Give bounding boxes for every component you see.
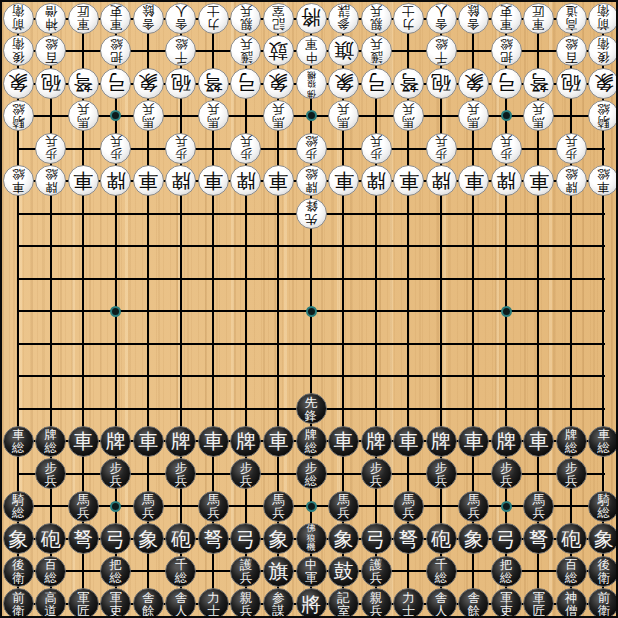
stone-label: 牌 — [106, 430, 126, 452]
stone-black-砲[interactable]: 砲 — [426, 523, 457, 554]
stone-black-旗[interactable]: 旗 — [263, 556, 294, 587]
stone-white-軍吏[interactable]: 軍 吏 — [491, 3, 522, 34]
stone-label: 將 — [301, 593, 321, 615]
stone-white-神僧[interactable]: 神 僧 — [35, 3, 66, 34]
stone-white-步総[interactable]: 步 総 — [296, 133, 327, 164]
stone-white-参謀[interactable]: 参 謀 — [328, 3, 359, 34]
stone-label: 親 兵 — [240, 5, 253, 31]
stone-label: 旗 — [334, 40, 354, 62]
stone-white-牌[interactable]: 牌 — [426, 165, 457, 196]
stone-label: 弩 — [203, 72, 223, 94]
stone-label: 車 総 — [12, 428, 25, 454]
stone-label: 車 — [464, 430, 484, 452]
stone-label: 弓 — [106, 528, 126, 550]
stone-white-舎人[interactable]: 舎 人 — [426, 3, 457, 34]
stone-black-百総[interactable]: 百 総 — [556, 556, 587, 587]
stone-label: 中 軍 — [305, 558, 318, 584]
stone-label: 象 — [138, 528, 158, 550]
stone-black-象[interactable]: 象 — [263, 523, 294, 554]
stone-label: 鼓 — [268, 40, 288, 62]
stone-white-牌[interactable]: 牌 — [491, 165, 522, 196]
stone-label: 象 — [8, 72, 28, 94]
stone-white-砲[interactable]: 砲 — [165, 68, 196, 99]
stone-label: 馬 兵 — [272, 103, 285, 129]
stone-black-象[interactable]: 象 — [3, 523, 34, 554]
stone-black-牌[interactable]: 牌 — [100, 426, 131, 457]
stone-black-軍匠[interactable]: 軍 匠 — [68, 588, 99, 618]
star-point — [501, 501, 512, 512]
stone-label: 百 総 — [45, 38, 58, 64]
stone-label: 砲 — [431, 528, 451, 550]
stone-label: 車 — [203, 170, 223, 192]
stone-white-車総[interactable]: 車 総 — [588, 165, 618, 196]
stone-label: 步 兵 — [435, 461, 448, 487]
stone-label: 弓 — [496, 528, 516, 550]
stone-black-先鋒[interactable]: 先 鋒 — [296, 393, 327, 424]
stone-label: 神 僧 — [565, 591, 578, 617]
stone-black-步兵[interactable]: 步 兵 — [491, 458, 522, 489]
stone-label: 車 総 — [597, 428, 610, 454]
stone-label: 弩 — [203, 528, 223, 550]
stone-black-車[interactable]: 車 — [198, 426, 229, 457]
stone-black-砲[interactable]: 砲 — [556, 523, 587, 554]
stone-white-千総[interactable]: 千 総 — [426, 35, 457, 66]
stone-label: 後 衛 — [597, 558, 610, 584]
stone-label: 馬 兵 — [532, 493, 545, 519]
stone-label: 弓 — [236, 528, 256, 550]
stone-black-舎餘[interactable]: 舎 餘 — [458, 588, 489, 618]
stone-black-馬兵[interactable]: 馬 兵 — [198, 491, 229, 522]
stone-label: 記 室 — [337, 591, 350, 617]
stone-label: 象 — [464, 72, 484, 94]
go-board[interactable]: 前 衛神 僧軍 匠軍 吏舎 餘舎 人力 士親 兵記 室將参 謀親 兵力 士舎 人… — [0, 0, 618, 618]
stone-white-象[interactable]: 象 — [458, 68, 489, 99]
stone-black-舎人[interactable]: 舎 人 — [426, 588, 457, 618]
stone-white-步兵[interactable]: 步 兵 — [426, 133, 457, 164]
stone-black-步兵[interactable]: 步 兵 — [556, 458, 587, 489]
stone-label: 弩 — [399, 528, 419, 550]
stone-label: 舎 餘 — [142, 5, 155, 31]
stone-black-將[interactable]: 將 — [296, 588, 327, 618]
stone-label: 步 兵 — [45, 135, 58, 161]
stone-black-弩[interactable]: 弩 — [198, 523, 229, 554]
stone-label: 護 兵 — [240, 558, 253, 584]
stone-label: 舎 人 — [435, 591, 448, 617]
stone-label: 千 総 — [435, 38, 448, 64]
stone-black-百総[interactable]: 百 総 — [35, 556, 66, 587]
stone-black-親兵[interactable]: 親 兵 — [230, 588, 261, 618]
stone-white-後衛[interactable]: 後 衛 — [3, 35, 34, 66]
stone-black-馬兵[interactable]: 馬 兵 — [393, 491, 424, 522]
stone-white-舎餘[interactable]: 舎 餘 — [458, 3, 489, 34]
stone-white-象[interactable]: 象 — [133, 68, 164, 99]
stone-label: 軍 匠 — [77, 5, 90, 31]
stone-label: 軍 吏 — [110, 591, 123, 617]
stone-label: 軍 匠 — [77, 591, 90, 617]
stone-label: 騎 総 — [597, 103, 610, 129]
stone-white-弓[interactable]: 弓 — [100, 68, 131, 99]
stone-white-親兵[interactable]: 親 兵 — [230, 3, 261, 34]
stone-black-牌[interactable]: 牌 — [165, 426, 196, 457]
stone-black-神僧[interactable]: 神 僧 — [556, 588, 587, 618]
stone-white-步兵[interactable]: 步 兵 — [361, 133, 392, 164]
stone-black-象[interactable]: 象 — [133, 523, 164, 554]
stone-black-步兵[interactable]: 步 兵 — [361, 458, 392, 489]
stone-white-中軍[interactable]: 中 軍 — [296, 35, 327, 66]
stone-label: 象 — [334, 528, 354, 550]
stone-label: 力 士 — [402, 591, 415, 617]
stone-black-馬兵[interactable]: 馬 兵 — [458, 491, 489, 522]
stone-black-車[interactable]: 車 — [68, 426, 99, 457]
stone-label: 軍 吏 — [500, 5, 513, 31]
stone-white-步兵[interactable]: 步 兵 — [35, 133, 66, 164]
stone-black-牌[interactable]: 牌 — [491, 426, 522, 457]
stone-label: 馬 兵 — [532, 103, 545, 129]
stone-label: 車 — [138, 430, 158, 452]
stone-white-舎人[interactable]: 舎 人 — [165, 3, 196, 34]
stone-black-舎餘[interactable]: 舎 餘 — [133, 588, 164, 618]
stone-label: 象 — [594, 528, 614, 550]
stone-black-車[interactable]: 車 — [458, 426, 489, 457]
stone-label: 護 兵 — [240, 38, 253, 64]
stone-white-把総[interactable]: 把 総 — [491, 35, 522, 66]
stone-white-牌総[interactable]: 牌 総 — [556, 165, 587, 196]
stone-white-後衛[interactable]: 後 衛 — [588, 35, 618, 66]
stone-label: 車 — [529, 170, 549, 192]
stone-label: 千 総 — [175, 38, 188, 64]
stone-white-象[interactable]: 象 — [3, 68, 34, 99]
stone-label: 步 兵 — [45, 461, 58, 487]
stone-black-馬兵[interactable]: 馬 兵 — [133, 491, 164, 522]
stone-black-車[interactable]: 車 — [328, 426, 359, 457]
stone-black-親兵[interactable]: 親 兵 — [361, 588, 392, 618]
stone-label: 舎 人 — [435, 5, 448, 31]
star-point — [501, 110, 512, 121]
stone-white-力士[interactable]: 力 士 — [393, 3, 424, 34]
stone-black-牌総[interactable]: 牌 総 — [35, 426, 66, 457]
stone-label: 象 — [268, 72, 288, 94]
stone-label: 舎 餘 — [467, 591, 480, 617]
stone-black-弓[interactable]: 弓 — [361, 523, 392, 554]
stone-label: 親 兵 — [370, 5, 383, 31]
stone-label: 步 兵 — [240, 135, 253, 161]
stone-label: 車 — [334, 430, 354, 452]
stone-label: 車 — [203, 430, 223, 452]
stone-label: 車 — [399, 170, 419, 192]
stone-label: 力 士 — [207, 5, 220, 31]
stone-black-参謀[interactable]: 参 謀 — [263, 588, 294, 618]
stone-label: 佛 狼 機 — [307, 524, 316, 553]
stone-label: 牌 — [236, 430, 256, 452]
stone-black-象[interactable]: 象 — [588, 523, 618, 554]
stone-label: 馬 兵 — [142, 103, 155, 129]
stone-label: 弩 — [73, 528, 93, 550]
stone-black-車[interactable]: 車 — [393, 426, 424, 457]
stone-label: 先 鋒 — [305, 396, 318, 422]
stone-label: 騎 総 — [597, 493, 610, 519]
stone-black-把総[interactable]: 把 総 — [100, 556, 131, 587]
stone-black-馬兵[interactable]: 馬 兵 — [328, 491, 359, 522]
stone-label: 護 兵 — [370, 38, 383, 64]
stone-label: 牌 — [496, 170, 516, 192]
stone-black-前衛[interactable]: 前 衛 — [3, 588, 34, 618]
stone-label: 砲 — [171, 528, 191, 550]
stone-label: 步 兵 — [110, 135, 123, 161]
stone-black-鼓[interactable]: 鼓 — [328, 556, 359, 587]
stone-label: 車 — [268, 430, 288, 452]
stone-black-車総[interactable]: 車 総 — [588, 426, 618, 457]
stone-white-弩[interactable]: 弩 — [198, 68, 229, 99]
stone-label: 馬 兵 — [402, 103, 415, 129]
stone-black-前衛[interactable]: 前 衛 — [588, 588, 618, 618]
stone-label: 步 総 — [305, 135, 318, 161]
stone-black-牌総[interactable]: 牌 総 — [296, 426, 327, 457]
stone-label: 步 兵 — [435, 135, 448, 161]
stone-label: 弓 — [366, 528, 386, 550]
stone-white-象[interactable]: 象 — [263, 68, 294, 99]
stone-white-前衛[interactable]: 前 衛 — [588, 3, 618, 34]
stone-black-後衛[interactable]: 後 衛 — [588, 556, 618, 587]
stone-label: 步 兵 — [370, 135, 383, 161]
stone-label: 牌 — [106, 170, 126, 192]
stone-label: 舎 人 — [175, 5, 188, 31]
stone-label: 馬 兵 — [142, 493, 155, 519]
stone-white-將[interactable]: 將 — [296, 3, 327, 34]
stone-black-車総[interactable]: 車 総 — [3, 426, 34, 457]
stone-black-記室[interactable]: 記 室 — [328, 588, 359, 618]
stone-black-軍匠[interactable]: 軍 匠 — [523, 588, 554, 618]
stone-white-步兵[interactable]: 步 兵 — [556, 133, 587, 164]
stone-label: 車 — [529, 430, 549, 452]
stone-label: 馬 兵 — [402, 493, 415, 519]
stone-label: 馬 兵 — [337, 103, 350, 129]
stone-label: 高 道 — [565, 5, 578, 31]
stone-black-馬兵[interactable]: 馬 兵 — [68, 491, 99, 522]
stone-label: 弓 — [236, 72, 256, 94]
stone-label: 車 — [464, 170, 484, 192]
stone-label: 前 衛 — [597, 591, 610, 617]
stone-white-弩[interactable]: 弩 — [523, 68, 554, 99]
stone-black-軍吏[interactable]: 軍 吏 — [491, 588, 522, 618]
stone-label: 弩 — [529, 72, 549, 94]
stone-white-百総[interactable]: 百 総 — [556, 35, 587, 66]
stone-label: 步 兵 — [110, 461, 123, 487]
stone-white-象[interactable]: 象 — [588, 68, 618, 99]
stone-label: 車 — [399, 430, 419, 452]
stone-white-馬兵[interactable]: 馬 兵 — [133, 100, 164, 131]
stone-label: 牌 — [171, 170, 191, 192]
stone-label: 弩 — [399, 72, 419, 94]
stone-label: 砲 — [431, 72, 451, 94]
stone-white-記室[interactable]: 記 室 — [263, 3, 294, 34]
stone-white-高道[interactable]: 高 道 — [556, 3, 587, 34]
stone-black-牌[interactable]: 牌 — [230, 426, 261, 457]
stone-black-牌総[interactable]: 牌 総 — [556, 426, 587, 457]
stone-label: 牌 — [431, 430, 451, 452]
stone-label: 先 鋒 — [305, 200, 318, 226]
stone-label: 馬 兵 — [272, 493, 285, 519]
stone-label: 步 兵 — [370, 461, 383, 487]
stone-black-力士[interactable]: 力 士 — [198, 588, 229, 618]
stone-label: 象 — [8, 528, 28, 550]
stone-black-步兵[interactable]: 步 兵 — [426, 458, 457, 489]
stone-label: 牌 — [171, 430, 191, 452]
stone-black-車[interactable]: 車 — [133, 426, 164, 457]
stone-black-牌[interactable]: 牌 — [361, 426, 392, 457]
stone-black-車[interactable]: 車 — [523, 426, 554, 457]
stone-white-步兵[interactable]: 步 兵 — [491, 133, 522, 164]
stone-white-弓[interactable]: 弓 — [491, 68, 522, 99]
stone-label: 鼓 — [334, 560, 354, 582]
stone-white-弩[interactable]: 弩 — [393, 68, 424, 99]
stone-label: 步 兵 — [240, 461, 253, 487]
stone-label: 高 道 — [45, 591, 58, 617]
stone-white-前衛[interactable]: 前 衛 — [3, 3, 34, 34]
stone-label: 牌 — [431, 170, 451, 192]
stone-label: 軍 匠 — [532, 591, 545, 617]
stone-black-騎総[interactable]: 騎 総 — [3, 491, 34, 522]
star-point — [110, 501, 121, 512]
stone-label: 牌 総 — [305, 168, 318, 194]
stone-black-象[interactable]: 象 — [328, 523, 359, 554]
stone-black-舎人[interactable]: 舎 人 — [165, 588, 196, 618]
stone-label: 車 — [334, 170, 354, 192]
stone-black-高道[interactable]: 高 道 — [35, 588, 66, 618]
stone-label: 把 総 — [110, 558, 123, 584]
stone-label: 中 軍 — [305, 38, 318, 64]
stone-white-軍吏[interactable]: 軍 吏 — [100, 3, 131, 34]
stone-label: 前 衛 — [597, 5, 610, 31]
stone-label: 弓 — [366, 72, 386, 94]
stone-label: 象 — [268, 528, 288, 550]
stone-white-軍匠[interactable]: 軍 匠 — [523, 3, 554, 34]
star-point — [110, 306, 121, 317]
stone-white-力士[interactable]: 力 士 — [198, 3, 229, 34]
stone-white-砲[interactable]: 砲 — [556, 68, 587, 99]
stone-label: 馬 兵 — [77, 103, 90, 129]
stone-black-車[interactable]: 車 — [263, 426, 294, 457]
stone-black-馬兵[interactable]: 馬 兵 — [263, 491, 294, 522]
stone-white-騎総[interactable]: 騎 総 — [3, 100, 34, 131]
stone-white-弩[interactable]: 弩 — [68, 68, 99, 99]
stone-label: 牌 — [366, 170, 386, 192]
stone-label: 砲 — [561, 528, 581, 550]
stone-label: 牌 — [366, 430, 386, 452]
stone-label: 舎 人 — [175, 591, 188, 617]
stone-black-千総[interactable]: 千 総 — [165, 556, 196, 587]
stone-label: 軍 吏 — [110, 5, 123, 31]
stone-label: 步 兵 — [500, 461, 513, 487]
stone-label: 弩 — [529, 528, 549, 550]
stone-label: 砲 — [561, 72, 581, 94]
stone-white-佛狼機[interactable]: 佛 狼 機 — [296, 68, 327, 99]
stone-label: 馬 兵 — [467, 493, 480, 519]
stone-white-舎餘[interactable]: 舎 餘 — [133, 3, 164, 34]
stone-label: 親 兵 — [370, 591, 383, 617]
stone-label: 後 衛 — [597, 38, 610, 64]
stone-label: 前 衛 — [12, 5, 25, 31]
stone-black-力士[interactable]: 力 士 — [393, 588, 424, 618]
star-point — [306, 306, 317, 317]
stone-white-車総[interactable]: 車 総 — [3, 165, 34, 196]
stone-black-中軍[interactable]: 中 軍 — [296, 556, 327, 587]
stone-label: 牌 — [236, 170, 256, 192]
stone-white-弓[interactable]: 弓 — [361, 68, 392, 99]
stone-black-弩[interactable]: 弩 — [68, 523, 99, 554]
stone-label: 砲 — [41, 528, 61, 550]
stone-label: 車 — [268, 170, 288, 192]
stone-label: 騎 総 — [12, 493, 25, 519]
stone-black-把総[interactable]: 把 総 — [491, 556, 522, 587]
stone-white-護兵[interactable]: 護 兵 — [361, 35, 392, 66]
stone-label: 弩 — [73, 72, 93, 94]
stone-label: 牌 総 — [45, 168, 58, 194]
stone-black-千総[interactable]: 千 総 — [426, 556, 457, 587]
stone-label: 步 兵 — [500, 135, 513, 161]
stone-label: 把 総 — [500, 38, 513, 64]
stone-label: 將 — [301, 7, 321, 29]
stone-white-象[interactable]: 象 — [328, 68, 359, 99]
stone-white-親兵[interactable]: 親 兵 — [361, 3, 392, 34]
stone-white-步兵[interactable]: 步 兵 — [100, 133, 131, 164]
stone-label: 牌 総 — [45, 428, 58, 454]
stone-label: 後 衛 — [12, 38, 25, 64]
stone-label: 步 兵 — [175, 461, 188, 487]
stone-label: 記 室 — [272, 5, 285, 31]
stone-black-騎総[interactable]: 騎 総 — [588, 491, 618, 522]
stone-label: 馬 兵 — [467, 103, 480, 129]
stone-black-護兵[interactable]: 護 兵 — [230, 556, 261, 587]
stone-label: 軍 匠 — [532, 5, 545, 31]
stone-white-馬兵[interactable]: 馬 兵 — [68, 100, 99, 131]
stone-label: 旗 — [268, 560, 288, 582]
stone-black-弓[interactable]: 弓 — [491, 523, 522, 554]
stone-label: 舎 餘 — [467, 5, 480, 31]
stone-label: 百 総 — [45, 558, 58, 584]
stone-label: 步 兵 — [565, 135, 578, 161]
stone-label: 力 士 — [207, 591, 220, 617]
stone-white-軍匠[interactable]: 軍 匠 — [68, 3, 99, 34]
stone-white-牌総[interactable]: 牌 総 — [296, 165, 327, 196]
stone-white-牌[interactable]: 牌 — [361, 165, 392, 196]
stone-label: 佛 狼 機 — [307, 69, 316, 98]
stone-black-牌[interactable]: 牌 — [426, 426, 457, 457]
stone-label: 車 — [138, 170, 158, 192]
stone-label: 砲 — [171, 72, 191, 94]
stone-white-騎総[interactable]: 騎 総 — [588, 100, 618, 131]
stone-label: 把 総 — [110, 38, 123, 64]
stone-label: 軍 吏 — [500, 591, 513, 617]
stone-black-軍吏[interactable]: 軍 吏 — [100, 588, 131, 618]
stone-white-砲[interactable]: 砲 — [426, 68, 457, 99]
stone-label: 把 総 — [500, 558, 513, 584]
stone-label: 千 総 — [435, 558, 448, 584]
stone-white-車[interactable]: 車 — [68, 165, 99, 196]
stone-white-砲[interactable]: 砲 — [35, 68, 66, 99]
stone-white-先鋒[interactable]: 先 鋒 — [296, 198, 327, 229]
stone-black-馬兵[interactable]: 馬 兵 — [523, 491, 554, 522]
stone-label: 步 兵 — [565, 461, 578, 487]
stone-label: 車 総 — [12, 168, 25, 194]
stone-black-後衛[interactable]: 後 衛 — [3, 556, 34, 587]
stone-label: 神 僧 — [45, 5, 58, 31]
stone-black-護兵[interactable]: 護 兵 — [361, 556, 392, 587]
stone-label: 象 — [594, 72, 614, 94]
stone-black-步総[interactable]: 步 総 — [296, 458, 327, 489]
stone-label: 参 謀 — [272, 591, 285, 617]
stone-label: 百 総 — [565, 558, 578, 584]
stone-black-佛狼機[interactable]: 佛 狼 機 — [296, 523, 327, 554]
